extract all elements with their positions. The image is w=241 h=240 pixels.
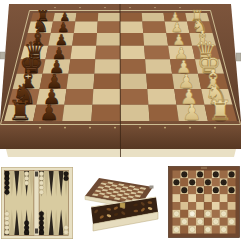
product-image: ♜♟♟♜♞♟♟♞♝♟♟♝♛♟♟♛♚♟♟♚♝♟♟♝♞♟♟♞♜♟♟♜ — [0, 0, 241, 240]
chess-board-photo: ♜♟♟♜♞♟♟♞♝♟♟♝♛♟♟♛♚♟♟♚♝♟♟♝♞♟♟♞♜♟♟♜ — [0, 0, 241, 160]
backgammon-board-photo — [1, 167, 73, 239]
svg-text:♟: ♟ — [39, 100, 59, 125]
svg-text:♟: ♟ — [182, 100, 202, 125]
checkers-board-photo — [168, 166, 240, 238]
folding-box-photo — [82, 174, 160, 236]
svg-text:♜: ♜ — [8, 95, 32, 126]
svg-text:♜: ♜ — [208, 95, 232, 126]
